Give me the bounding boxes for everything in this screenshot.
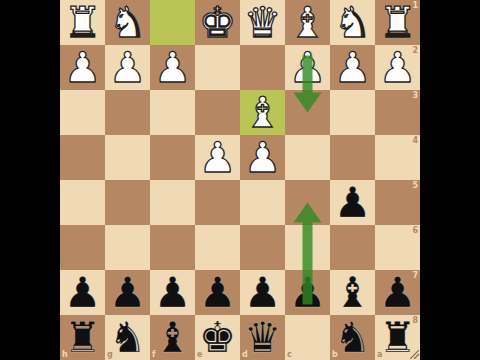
square-h7[interactable]: ♟ xyxy=(60,270,105,315)
piece-white-pawn[interactable]: ♟ xyxy=(105,45,150,90)
square-h3[interactable] xyxy=(60,90,105,135)
square-g2[interactable]: ♟ xyxy=(105,45,150,90)
piece-black-bishop[interactable]: ♝ xyxy=(330,270,375,315)
piece-black-pawn[interactable]: ♟ xyxy=(150,270,195,315)
piece-black-pawn[interactable]: ♟ xyxy=(195,270,240,315)
square-b2[interactable]: ♟ xyxy=(330,45,375,90)
square-c8[interactable]: c xyxy=(285,315,330,360)
square-b6[interactable] xyxy=(330,225,375,270)
square-b3[interactable] xyxy=(330,90,375,135)
square-h8[interactable]: ♜h xyxy=(60,315,105,360)
rank-label-8: 8 xyxy=(412,317,418,325)
square-d8[interactable]: ♛d xyxy=(240,315,285,360)
square-e8[interactable]: ♚e xyxy=(195,315,240,360)
square-g8[interactable]: ♞g xyxy=(105,315,150,360)
square-h1[interactable]: ♜ xyxy=(60,0,105,45)
rank-label-5: 5 xyxy=(412,182,418,190)
square-c1[interactable]: ♝ xyxy=(285,0,330,45)
file-label-c: c xyxy=(287,351,292,359)
piece-white-pawn[interactable]: ♟ xyxy=(195,135,240,180)
piece-white-pawn[interactable]: ♟ xyxy=(330,45,375,90)
rank-label-6: 6 xyxy=(412,227,418,235)
square-b1[interactable]: ♞ xyxy=(330,0,375,45)
square-d2[interactable] xyxy=(240,45,285,90)
square-a5[interactable]: 5 xyxy=(375,180,420,225)
square-f5[interactable] xyxy=(150,180,195,225)
piece-black-pawn[interactable]: ♟ xyxy=(285,270,330,315)
square-f1[interactable] xyxy=(150,0,195,45)
file-label-f: f xyxy=(152,351,155,359)
square-a6[interactable]: 6 xyxy=(375,225,420,270)
square-h2[interactable]: ♟ xyxy=(60,45,105,90)
chess-board[interactable]: ♜♞♚♛♝♞♜1♟♟♟♟♟♟2♝3♟♟4♟56♟♟♟♟♟♟♝♟7♜h♞g♝f♚e… xyxy=(60,0,420,360)
square-d7[interactable]: ♟ xyxy=(240,270,285,315)
square-f3[interactable] xyxy=(150,90,195,135)
square-c7[interactable]: ♟ xyxy=(285,270,330,315)
square-d4[interactable]: ♟ xyxy=(240,135,285,180)
piece-white-knight[interactable]: ♞ xyxy=(330,0,375,45)
square-g3[interactable] xyxy=(105,90,150,135)
file-label-e: e xyxy=(197,351,202,359)
square-d1[interactable]: ♛ xyxy=(240,0,285,45)
square-c3[interactable] xyxy=(285,90,330,135)
board-resize-handle[interactable] xyxy=(410,350,419,359)
file-label-b: b xyxy=(332,351,338,359)
square-e2[interactable] xyxy=(195,45,240,90)
square-a4[interactable]: 4 xyxy=(375,135,420,180)
square-c6[interactable] xyxy=(285,225,330,270)
square-b4[interactable] xyxy=(330,135,375,180)
piece-white-pawn[interactable]: ♟ xyxy=(240,135,285,180)
rank-label-2: 2 xyxy=(412,47,418,55)
square-e5[interactable] xyxy=(195,180,240,225)
square-f2[interactable]: ♟ xyxy=(150,45,195,90)
square-f7[interactable]: ♟ xyxy=(150,270,195,315)
square-c4[interactable] xyxy=(285,135,330,180)
piece-white-king[interactable]: ♚ xyxy=(195,0,240,45)
square-e7[interactable]: ♟ xyxy=(195,270,240,315)
square-b8[interactable]: ♞b xyxy=(330,315,375,360)
square-d5[interactable] xyxy=(240,180,285,225)
square-d3[interactable]: ♝ xyxy=(240,90,285,135)
piece-black-pawn[interactable]: ♟ xyxy=(240,270,285,315)
square-g7[interactable]: ♟ xyxy=(105,270,150,315)
square-b7[interactable]: ♝ xyxy=(330,270,375,315)
rank-label-7: 7 xyxy=(412,272,418,280)
square-g4[interactable] xyxy=(105,135,150,180)
file-label-d: d xyxy=(242,351,248,359)
square-e3[interactable] xyxy=(195,90,240,135)
piece-black-pawn[interactable]: ♟ xyxy=(105,270,150,315)
square-b5[interactable]: ♟ xyxy=(330,180,375,225)
square-a7[interactable]: ♟7 xyxy=(375,270,420,315)
piece-white-pawn[interactable]: ♟ xyxy=(150,45,195,90)
square-a1[interactable]: ♜1 xyxy=(375,0,420,45)
square-f6[interactable] xyxy=(150,225,195,270)
square-g6[interactable] xyxy=(105,225,150,270)
square-h6[interactable] xyxy=(60,225,105,270)
rank-label-4: 4 xyxy=(412,137,418,145)
piece-white-bishop[interactable]: ♝ xyxy=(240,90,285,135)
letterbox-left xyxy=(0,0,60,360)
piece-white-bishop[interactable]: ♝ xyxy=(285,0,330,45)
file-label-a: a xyxy=(377,351,382,359)
piece-white-pawn[interactable]: ♟ xyxy=(285,45,330,90)
square-a3[interactable]: 3 xyxy=(375,90,420,135)
file-label-g: g xyxy=(107,351,113,359)
square-e4[interactable]: ♟ xyxy=(195,135,240,180)
square-h5[interactable] xyxy=(60,180,105,225)
letterbox-right xyxy=(420,0,480,360)
square-g5[interactable] xyxy=(105,180,150,225)
file-label-h: h xyxy=(62,351,68,359)
piece-white-knight[interactable]: ♞ xyxy=(105,0,150,45)
piece-black-bishop[interactable]: ♝ xyxy=(150,315,195,360)
video-frame: ♜♞♚♛♝♞♜1♟♟♟♟♟♟2♝3♟♟4♟56♟♟♟♟♟♟♝♟7♜h♞g♝f♚e… xyxy=(0,0,480,360)
square-f8[interactable]: ♝f xyxy=(150,315,195,360)
square-e1[interactable]: ♚ xyxy=(195,0,240,45)
piece-white-queen[interactable]: ♛ xyxy=(240,0,285,45)
square-d6[interactable] xyxy=(240,225,285,270)
rank-label-1: 1 xyxy=(412,2,418,10)
square-h4[interactable] xyxy=(60,135,105,180)
square-g1[interactable]: ♞ xyxy=(105,0,150,45)
piece-black-pawn[interactable]: ♟ xyxy=(330,180,375,225)
piece-white-pawn[interactable]: ♟ xyxy=(60,45,105,90)
rank-label-3: 3 xyxy=(412,92,418,100)
square-e6[interactable] xyxy=(195,225,240,270)
square-a2[interactable]: ♟2 xyxy=(375,45,420,90)
piece-black-pawn[interactable]: ♟ xyxy=(60,270,105,315)
piece-white-rook[interactable]: ♜ xyxy=(60,0,105,45)
square-c2[interactable]: ♟ xyxy=(285,45,330,90)
square-c5[interactable] xyxy=(285,180,330,225)
square-f4[interactable] xyxy=(150,135,195,180)
